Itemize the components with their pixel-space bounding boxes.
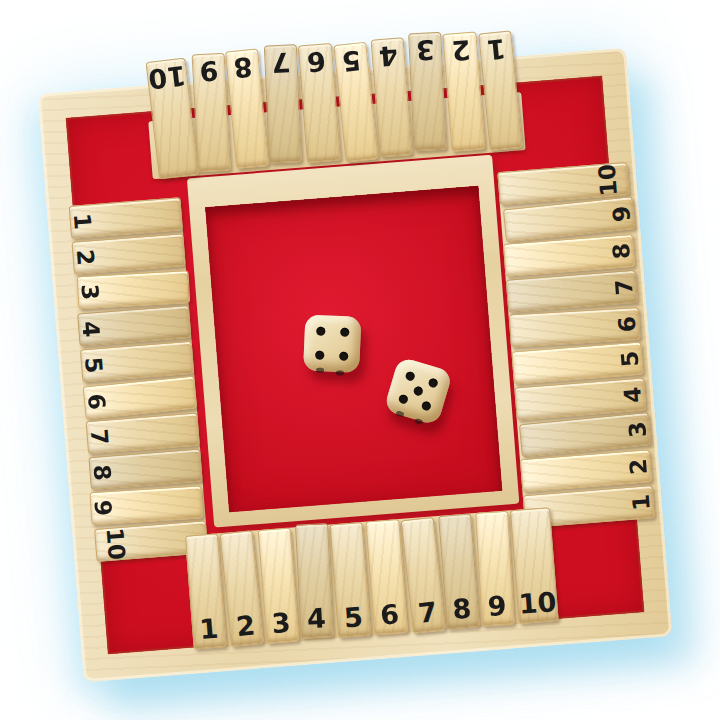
tile-left-2[interactable]: 2 (71, 233, 185, 275)
tile-top-7[interactable]: 7 (264, 44, 302, 163)
die-pip (315, 350, 324, 359)
tile-number: 10 (147, 62, 187, 93)
tile-number: 10 (518, 588, 558, 618)
tile-number: 4 (378, 42, 399, 70)
tile-number: 6 (379, 600, 400, 628)
tile-number: 8 (232, 53, 253, 82)
tile-number: 7 (416, 598, 438, 627)
die-pip (316, 327, 325, 336)
tile-bottom-4[interactable]: 4 (295, 523, 334, 639)
tile-left-7[interactable]: 7 (86, 413, 200, 455)
tile-number: 2 (235, 611, 256, 640)
tile-number: 3 (626, 420, 650, 438)
tile-number: 6 (616, 315, 640, 332)
tile-number: 1 (485, 35, 506, 64)
product-photo-stage: 4 5 (0, 0, 720, 720)
tile-right-6[interactable]: 6 (509, 307, 641, 347)
tile-top-3[interactable]: 3 (408, 32, 447, 151)
tile-number: 8 (90, 464, 114, 482)
tile-top-8[interactable]: 8 (225, 48, 269, 169)
die-pip (427, 378, 438, 389)
tile-top-1[interactable]: 1 (478, 30, 523, 151)
die-side-pip (316, 368, 324, 373)
tile-number: 6 (84, 393, 108, 411)
tile-right-7[interactable]: 7 (506, 270, 638, 313)
tile-number: 5 (341, 46, 363, 75)
tile-left-9[interactable]: 9 (89, 485, 203, 525)
die-side-pip (414, 417, 423, 424)
tile-number: 4 (306, 604, 326, 632)
tile-number: 4 (621, 386, 645, 404)
die-side-pip (395, 411, 404, 418)
tile-number: 2 (627, 458, 651, 476)
die-one[interactable]: 4 (303, 315, 361, 373)
tile-number: 10 (103, 527, 128, 561)
tile-number: 6 (306, 47, 327, 75)
tile-number: 2 (450, 36, 471, 64)
tile-number: 9 (90, 499, 114, 516)
tile-number: 8 (452, 595, 473, 623)
tile-bottom-9[interactable]: 9 (475, 511, 515, 627)
dice-pit-felt: 4 5 (205, 186, 502, 513)
tile-number: 4 (78, 320, 102, 338)
tile-number: 5 (343, 603, 364, 631)
die-two[interactable]: 5 (383, 356, 453, 426)
tile-number: 5 (81, 356, 105, 374)
tile-number: 8 (610, 242, 634, 260)
tile-top-4[interactable]: 4 (370, 37, 412, 157)
tile-number: 9 (610, 205, 635, 223)
tile-number: 1 (70, 213, 94, 231)
tile-number: 3 (271, 609, 292, 637)
tile-number: 10 (596, 163, 621, 197)
die-pip (421, 400, 432, 411)
tile-bottom-2[interactable]: 2 (220, 530, 265, 647)
tile-number: 9 (199, 57, 219, 85)
tile-bottom-8[interactable]: 8 (438, 513, 480, 629)
tile-number: 1 (198, 615, 219, 643)
die-pip (398, 393, 409, 404)
tile-number: 2 (73, 248, 97, 266)
tile-tray-right: 10 9 8 7 6 5 4 3 2 1 (497, 162, 655, 528)
tile-number: 3 (416, 36, 436, 64)
tile-number: 7 (271, 48, 291, 76)
tile-bottom-5[interactable]: 5 (329, 522, 371, 638)
tile-left-8[interactable]: 8 (88, 448, 202, 490)
tile-number: 7 (613, 278, 637, 296)
tile-number: 9 (487, 592, 507, 620)
die-pip (340, 328, 349, 337)
dice-pit-walls: 4 5 (187, 155, 520, 528)
tile-left-4[interactable]: 4 (77, 305, 191, 347)
die-side-pip (336, 370, 344, 375)
tile-number: 3 (78, 284, 102, 301)
tile-number: 5 (618, 350, 642, 368)
shut-the-box-board: 4 5 (38, 48, 672, 682)
die-pip (413, 386, 424, 397)
die-pip (405, 371, 416, 382)
tile-number: 1 (630, 494, 654, 512)
tile-number: 7 (87, 428, 111, 446)
die-pip (339, 351, 348, 360)
tile-bottom-3[interactable]: 3 (257, 528, 299, 644)
tile-top-9[interactable]: 9 (191, 53, 231, 173)
tile-left-3[interactable]: 3 (77, 270, 191, 309)
